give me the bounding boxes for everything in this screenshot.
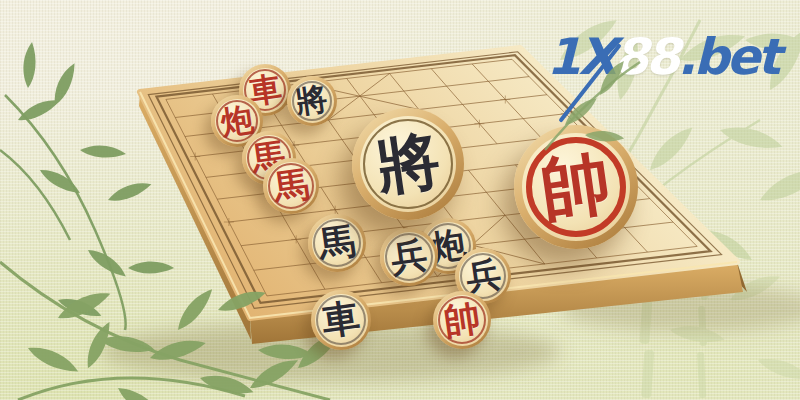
promo-banner: 1X88.bet 車將炮馬馬馬炮兵兵車帥將帥	[0, 0, 800, 400]
bamboo-sprig-over-logo	[0, 0, 800, 400]
